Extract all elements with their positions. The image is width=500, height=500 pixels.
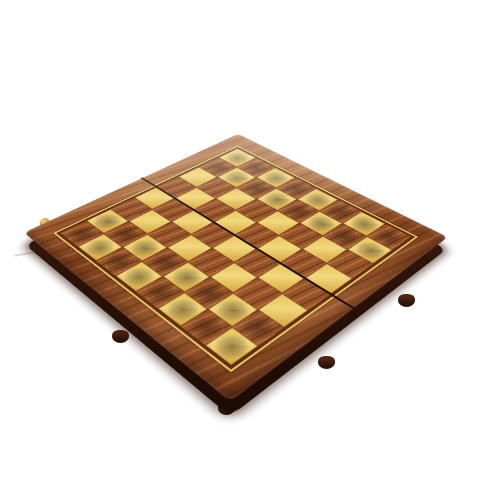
chess-board: ♜♞♝♛♚♝♞♜♟♟♟♟♟♟♟♟♟♟♟♟♟♟♟♟♜♞♝♛♚♝♞♜	[24, 134, 448, 402]
rook-glyph: ♜	[171, 281, 293, 348]
pawn-glyph: ♟	[318, 204, 421, 252]
board-scene: ♜♞♝♛♚♝♞♜♟♟♟♟♟♟♟♟♟♟♟♟♟♟♟♟♜♞♝♛♚♝♞♜	[0, 0, 500, 500]
product-photo-chess-set: ♜♞♝♛♚♝♞♜♟♟♟♟♟♟♟♟♟♟♟♟♟♟♟♟♜♞♝♛♚♝♞♜	[0, 0, 500, 500]
board-gold-border: ♜♞♝♛♚♝♞♜♟♟♟♟♟♟♟♟♟♟♟♟♟♟♟♟♜♞♝♛♚♝♞♜	[53, 146, 418, 373]
board-squares: ♜♞♝♛♚♝♞♜♟♟♟♟♟♟♟♟♟♟♟♟♟♟♟♟♜♞♝♛♚♝♞♜	[60, 148, 411, 365]
